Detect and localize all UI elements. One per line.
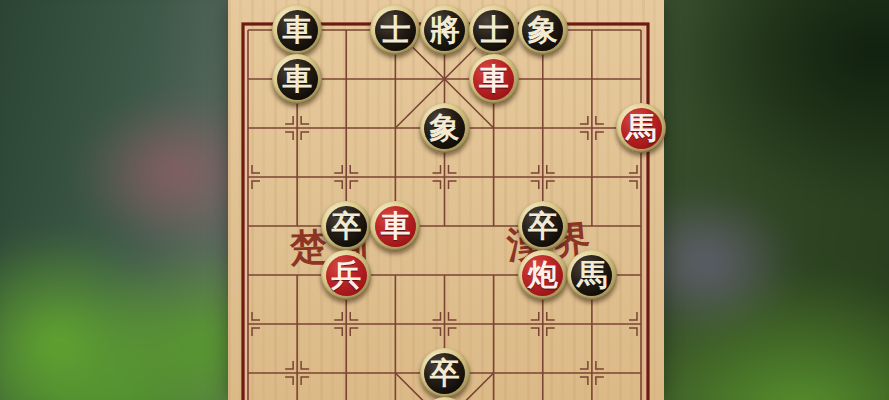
piece-character: 士 [375,10,416,51]
piece-red-soldier[interactable]: 兵 [321,250,371,300]
piece-character: 車 [473,59,514,100]
piece-character: 卒 [326,206,367,247]
piece-black-chariot[interactable]: 車 [272,5,322,55]
piece-character: 馬 [621,108,662,149]
piece-character: 車 [277,10,318,51]
piece-black-chariot[interactable]: 車 [272,54,322,104]
piece-black-general[interactable]: 將 [420,5,470,55]
piece-red-chariot[interactable]: 車 [469,54,519,104]
piece-character: 馬 [571,255,612,296]
piece-character: 象 [522,10,563,51]
piece-character: 炮 [522,255,563,296]
piece-black-soldier[interactable]: 卒 [321,201,371,251]
piece-character: 象 [424,108,465,149]
piece-red-horse[interactable]: 馬 [616,103,666,153]
piece-black-advisor[interactable]: 士 [469,5,519,55]
piece-black-elephant[interactable]: 象 [518,5,568,55]
piece-character: 兵 [326,255,367,296]
piece-character: 卒 [424,353,465,394]
piece-black-horse[interactable]: 馬 [567,250,617,300]
piece-character: 將 [424,10,465,51]
piece-black-elephant[interactable]: 象 [420,103,470,153]
xiangqi-app-screenshot: 楚河 漢界 車士將士象車車象馬卒車卒兵炮馬卒帥 [0,0,889,400]
piece-character: 卒 [522,206,563,247]
xiangqi-board: 楚河 漢界 車士將士象車車象馬卒車卒兵炮馬卒帥 [228,0,664,400]
piece-character: 車 [277,59,318,100]
piece-red-cannon[interactable]: 炮 [518,250,568,300]
piece-black-soldier[interactable]: 卒 [518,201,568,251]
piece-character: 車 [375,206,416,247]
piece-character: 士 [473,10,514,51]
piece-black-soldier[interactable]: 卒 [420,348,470,398]
